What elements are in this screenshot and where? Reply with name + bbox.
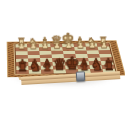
square-c1: ♝ (41, 70, 54, 74)
light-pawn: ♟ (41, 41, 49, 50)
square-a1: ♜ (16, 70, 29, 74)
dark-rook: ♜ (17, 61, 28, 74)
metal-clasp-icon (76, 71, 86, 82)
light-pawn: ♟ (29, 42, 37, 51)
light-pawn: ♟ (100, 41, 108, 50)
chess-set-product-photo[interactable]: ♜♞♝♛♚♝♞♜♟♟♟♟♟♟♟♟♟♟♟♟♟♟♟♟♜♞♝♛♚♝♞♜ (0, 0, 125, 125)
square-b1: ♞ (29, 70, 42, 74)
dark-bishop: ♝ (78, 58, 91, 72)
board-grid: ♜♞♝♛♚♝♞♜♟♟♟♟♟♟♟♟♟♟♟♟♟♟♟♟♜♞♝♛♚♝♞♜ (15, 43, 115, 74)
light-pawn: ♟ (65, 41, 73, 50)
dark-knight: ♞ (29, 60, 41, 74)
light-pawn: ♟ (88, 41, 96, 50)
light-pawn: ♟ (76, 41, 84, 50)
square-c6 (39, 51, 51, 55)
dark-bishop: ♝ (41, 59, 54, 73)
dark-knight: ♞ (91, 59, 103, 73)
light-pawn: ♟ (53, 41, 61, 50)
dark-rook: ♜ (104, 60, 115, 73)
light-pawn: ♟ (18, 42, 26, 51)
